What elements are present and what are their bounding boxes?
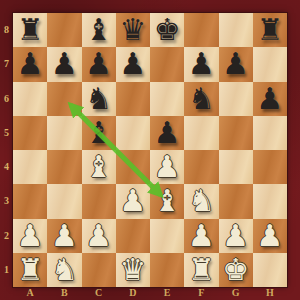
square-c3[interactable] (82, 184, 116, 218)
piece-black-pawn[interactable]: ♟ (116, 47, 150, 81)
square-f6[interactable]: ♞ (184, 82, 218, 116)
rank-label-8: 8 (0, 24, 13, 35)
square-f4[interactable] (184, 150, 218, 184)
file-label-g: G (226, 287, 246, 298)
square-d7[interactable]: ♟ (116, 47, 150, 81)
square-a4[interactable] (13, 150, 47, 184)
square-a5[interactable] (13, 116, 47, 150)
piece-black-knight[interactable]: ♞ (82, 82, 116, 116)
square-a6[interactable] (13, 82, 47, 116)
square-e4[interactable]: ♟ (150, 150, 184, 184)
piece-white-queen[interactable]: ♛ (116, 253, 150, 287)
square-a3[interactable] (13, 184, 47, 218)
rank-label-2: 2 (0, 230, 13, 241)
rank-label-3: 3 (0, 195, 13, 206)
square-d6[interactable] (116, 82, 150, 116)
piece-black-pawn[interactable]: ♟ (47, 47, 81, 81)
piece-black-pawn[interactable]: ♟ (150, 116, 184, 150)
square-e8[interactable]: ♚ (150, 13, 184, 47)
square-d1[interactable]: ♛ (116, 253, 150, 287)
square-h6[interactable]: ♟ (253, 82, 287, 116)
rank-label-1: 1 (0, 264, 13, 275)
piece-white-pawn[interactable]: ♟ (82, 219, 116, 253)
square-h3[interactable] (253, 184, 287, 218)
square-g4[interactable] (219, 150, 253, 184)
piece-white-pawn[interactable]: ♟ (13, 219, 47, 253)
piece-white-pawn[interactable]: ♟ (219, 219, 253, 253)
square-e6[interactable] (150, 82, 184, 116)
piece-white-rook[interactable]: ♜ (13, 253, 47, 287)
file-label-a: A (20, 287, 40, 298)
square-b1[interactable]: ♞ (47, 253, 81, 287)
square-f2[interactable]: ♟ (184, 219, 218, 253)
square-b3[interactable] (47, 184, 81, 218)
piece-white-king[interactable]: ♚ (219, 253, 253, 287)
square-d5[interactable] (116, 116, 150, 150)
square-d8[interactable]: ♛ (116, 13, 150, 47)
board: ♜♝♛♚♜♟♟♟♟♟♟♞♞♟♝♟♝♟♟♝♞♟♟♟♟♟♟♜♞♛♜♚ (13, 13, 287, 287)
square-c5[interactable]: ♝ (82, 116, 116, 150)
square-f5[interactable] (184, 116, 218, 150)
square-f1[interactable]: ♜ (184, 253, 218, 287)
square-h7[interactable] (253, 47, 287, 81)
square-a1[interactable]: ♜ (13, 253, 47, 287)
file-label-h: H (260, 287, 280, 298)
rank-label-6: 6 (0, 93, 13, 104)
piece-white-knight[interactable]: ♞ (47, 253, 81, 287)
square-c1[interactable] (82, 253, 116, 287)
square-d2[interactable] (116, 219, 150, 253)
piece-black-bishop[interactable]: ♝ (82, 116, 116, 150)
square-f8[interactable] (184, 13, 218, 47)
square-h1[interactable] (253, 253, 287, 287)
square-e2[interactable] (150, 219, 184, 253)
piece-white-rook[interactable]: ♜ (184, 253, 218, 287)
piece-black-pawn[interactable]: ♟ (13, 47, 47, 81)
square-b6[interactable] (47, 82, 81, 116)
piece-black-king[interactable]: ♚ (150, 13, 184, 47)
square-e1[interactable] (150, 253, 184, 287)
file-label-d: D (123, 287, 143, 298)
piece-black-pawn[interactable]: ♟ (253, 82, 287, 116)
piece-black-pawn[interactable]: ♟ (82, 47, 116, 81)
piece-black-queen[interactable]: ♛ (116, 13, 150, 47)
rank-label-4: 4 (0, 161, 13, 172)
piece-black-knight[interactable]: ♞ (184, 82, 218, 116)
square-b2[interactable]: ♟ (47, 219, 81, 253)
square-a8[interactable]: ♜ (13, 13, 47, 47)
file-label-b: B (54, 287, 74, 298)
square-c2[interactable]: ♟ (82, 219, 116, 253)
square-g6[interactable] (219, 82, 253, 116)
square-b5[interactable] (47, 116, 81, 150)
square-h5[interactable] (253, 116, 287, 150)
square-f3[interactable]: ♞ (184, 184, 218, 218)
square-d3[interactable]: ♟ (116, 184, 150, 218)
square-c6[interactable]: ♞ (82, 82, 116, 116)
piece-white-pawn[interactable]: ♟ (184, 219, 218, 253)
square-g3[interactable] (219, 184, 253, 218)
square-g2[interactable]: ♟ (219, 219, 253, 253)
rank-labels: 87654321 (0, 13, 13, 287)
piece-white-bishop[interactable]: ♝ (82, 150, 116, 184)
square-d4[interactable] (116, 150, 150, 184)
file-label-e: E (157, 287, 177, 298)
square-f7[interactable]: ♟ (184, 47, 218, 81)
square-h4[interactable] (253, 150, 287, 184)
chessboard-frame: ♜♝♛♚♜♟♟♟♟♟♟♞♞♟♝♟♝♟♟♝♞♟♟♟♟♟♟♜♞♛♜♚ 8765432… (0, 0, 300, 300)
square-g7[interactable]: ♟ (219, 47, 253, 81)
piece-black-pawn[interactable]: ♟ (184, 47, 218, 81)
square-b7[interactable]: ♟ (47, 47, 81, 81)
piece-white-pawn[interactable]: ♟ (116, 184, 150, 218)
square-e7[interactable] (150, 47, 184, 81)
piece-white-bishop[interactable]: ♝ (150, 184, 184, 218)
square-e5[interactable]: ♟ (150, 116, 184, 150)
file-label-f: F (191, 287, 211, 298)
square-c8[interactable]: ♝ (82, 13, 116, 47)
piece-white-pawn[interactable]: ♟ (150, 150, 184, 184)
piece-black-rook[interactable]: ♜ (253, 13, 287, 47)
square-c7[interactable]: ♟ (82, 47, 116, 81)
rank-label-7: 7 (0, 58, 13, 69)
square-b8[interactable] (47, 13, 81, 47)
square-g8[interactable] (219, 13, 253, 47)
piece-black-rook[interactable]: ♜ (13, 13, 47, 47)
square-c4[interactable]: ♝ (82, 150, 116, 184)
file-label-c: C (89, 287, 109, 298)
square-e3[interactable]: ♝ (150, 184, 184, 218)
piece-black-pawn[interactable]: ♟ (219, 47, 253, 81)
square-g1[interactable]: ♚ (219, 253, 253, 287)
square-a2[interactable]: ♟ (13, 219, 47, 253)
square-a7[interactable]: ♟ (13, 47, 47, 81)
piece-white-pawn[interactable]: ♟ (47, 219, 81, 253)
piece-white-knight[interactable]: ♞ (184, 184, 218, 218)
square-h8[interactable]: ♜ (253, 13, 287, 47)
square-b4[interactable] (47, 150, 81, 184)
rank-label-5: 5 (0, 127, 13, 138)
piece-black-bishop[interactable]: ♝ (82, 13, 116, 47)
file-labels: ABCDEFGH (13, 287, 287, 300)
piece-white-pawn[interactable]: ♟ (253, 219, 287, 253)
square-g5[interactable] (219, 116, 253, 150)
square-h2[interactable]: ♟ (253, 219, 287, 253)
